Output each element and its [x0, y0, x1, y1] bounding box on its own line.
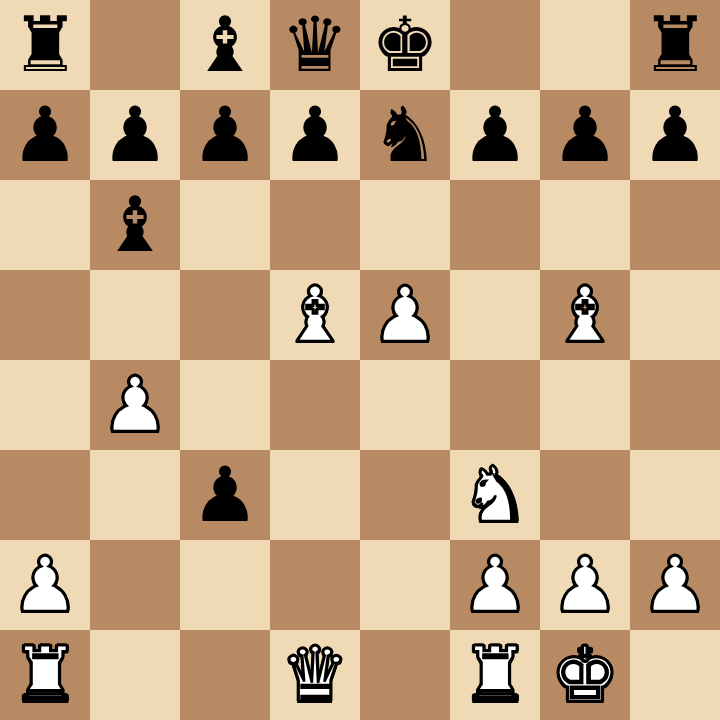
square-c2[interactable] — [180, 540, 270, 630]
square-g1[interactable]: ♚ — [540, 630, 630, 720]
square-c5[interactable] — [180, 270, 270, 360]
square-h1[interactable] — [630, 630, 720, 720]
square-e8[interactable]: ♚ — [360, 0, 450, 90]
white-bishop[interactable]: ♝ — [281, 270, 349, 360]
square-e2[interactable] — [360, 540, 450, 630]
square-e5[interactable]: ♟ — [360, 270, 450, 360]
square-f2[interactable]: ♟ — [450, 540, 540, 630]
square-f8[interactable] — [450, 0, 540, 90]
square-c8[interactable]: ♝ — [180, 0, 270, 90]
square-h2[interactable]: ♟ — [630, 540, 720, 630]
square-c7[interactable]: ♟ — [180, 90, 270, 180]
square-h3[interactable] — [630, 450, 720, 540]
black-pawn[interactable]: ♟ — [551, 90, 619, 180]
black-rook[interactable]: ♜ — [11, 0, 79, 90]
black-pawn[interactable]: ♟ — [11, 90, 79, 180]
black-bishop[interactable]: ♝ — [101, 180, 169, 270]
square-h7[interactable]: ♟ — [630, 90, 720, 180]
square-g8[interactable] — [540, 0, 630, 90]
white-bishop[interactable]: ♝ — [551, 270, 619, 360]
square-e6[interactable] — [360, 180, 450, 270]
square-c1[interactable] — [180, 630, 270, 720]
white-pawn[interactable]: ♟ — [11, 540, 79, 630]
square-d7[interactable]: ♟ — [270, 90, 360, 180]
black-pawn[interactable]: ♟ — [191, 90, 259, 180]
square-c3[interactable]: ♟ — [180, 450, 270, 540]
black-rook[interactable]: ♜ — [641, 0, 709, 90]
white-queen[interactable]: ♛ — [281, 630, 349, 720]
square-e1[interactable] — [360, 630, 450, 720]
square-a5[interactable] — [0, 270, 90, 360]
white-pawn[interactable]: ♟ — [641, 540, 709, 630]
square-h8[interactable]: ♜ — [630, 0, 720, 90]
square-d4[interactable] — [270, 360, 360, 450]
square-b6[interactable]: ♝ — [90, 180, 180, 270]
white-king[interactable]: ♚ — [551, 630, 619, 720]
chess-board: ♜♝♛♚♜♟♟♟♟♞♟♟♟♝♝♟♝♟♟♞♟♟♟♟♜♛♜♚ — [0, 0, 720, 720]
square-d6[interactable] — [270, 180, 360, 270]
black-pawn[interactable]: ♟ — [101, 90, 169, 180]
square-e3[interactable] — [360, 450, 450, 540]
black-pawn[interactable]: ♟ — [281, 90, 349, 180]
square-h5[interactable] — [630, 270, 720, 360]
square-h4[interactable] — [630, 360, 720, 450]
square-a7[interactable]: ♟ — [0, 90, 90, 180]
white-pawn[interactable]: ♟ — [551, 540, 619, 630]
square-b5[interactable] — [90, 270, 180, 360]
square-d3[interactable] — [270, 450, 360, 540]
square-g7[interactable]: ♟ — [540, 90, 630, 180]
square-g4[interactable] — [540, 360, 630, 450]
square-a2[interactable]: ♟ — [0, 540, 90, 630]
square-a1[interactable]: ♜ — [0, 630, 90, 720]
square-d2[interactable] — [270, 540, 360, 630]
white-pawn[interactable]: ♟ — [461, 540, 529, 630]
square-b7[interactable]: ♟ — [90, 90, 180, 180]
square-h6[interactable] — [630, 180, 720, 270]
black-pawn[interactable]: ♟ — [641, 90, 709, 180]
square-a8[interactable]: ♜ — [0, 0, 90, 90]
square-d8[interactable]: ♛ — [270, 0, 360, 90]
square-c6[interactable] — [180, 180, 270, 270]
square-b8[interactable] — [90, 0, 180, 90]
black-knight[interactable]: ♞ — [371, 90, 439, 180]
square-f5[interactable] — [450, 270, 540, 360]
square-b3[interactable] — [90, 450, 180, 540]
black-bishop[interactable]: ♝ — [191, 0, 259, 90]
white-rook[interactable]: ♜ — [461, 630, 529, 720]
white-knight[interactable]: ♞ — [461, 450, 529, 540]
black-pawn[interactable]: ♟ — [461, 90, 529, 180]
square-b1[interactable] — [90, 630, 180, 720]
square-e4[interactable] — [360, 360, 450, 450]
square-g3[interactable] — [540, 450, 630, 540]
square-a4[interactable] — [0, 360, 90, 450]
white-pawn[interactable]: ♟ — [101, 360, 169, 450]
square-c4[interactable] — [180, 360, 270, 450]
square-d1[interactable]: ♛ — [270, 630, 360, 720]
black-queen[interactable]: ♛ — [281, 0, 349, 90]
square-f6[interactable] — [450, 180, 540, 270]
square-f1[interactable]: ♜ — [450, 630, 540, 720]
white-pawn[interactable]: ♟ — [371, 270, 439, 360]
square-e7[interactable]: ♞ — [360, 90, 450, 180]
square-b2[interactable] — [90, 540, 180, 630]
square-a3[interactable] — [0, 450, 90, 540]
black-pawn[interactable]: ♟ — [191, 450, 259, 540]
square-g6[interactable] — [540, 180, 630, 270]
square-b4[interactable]: ♟ — [90, 360, 180, 450]
square-d5[interactable]: ♝ — [270, 270, 360, 360]
square-g5[interactable]: ♝ — [540, 270, 630, 360]
square-g2[interactable]: ♟ — [540, 540, 630, 630]
white-rook[interactable]: ♜ — [11, 630, 79, 720]
square-a6[interactable] — [0, 180, 90, 270]
square-f3[interactable]: ♞ — [450, 450, 540, 540]
square-f7[interactable]: ♟ — [450, 90, 540, 180]
square-f4[interactable] — [450, 360, 540, 450]
black-king[interactable]: ♚ — [371, 0, 439, 90]
